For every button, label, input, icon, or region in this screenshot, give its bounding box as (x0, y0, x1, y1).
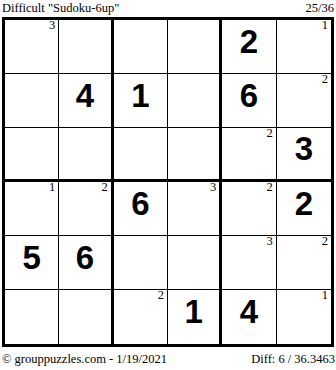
cell-r5c5[interactable]: 3 (222, 236, 276, 290)
corner-mark: 3 (49, 18, 55, 33)
corner-mark: 2 (266, 180, 272, 195)
corner-mark: 1 (322, 288, 328, 303)
given-digit (168, 69, 219, 122)
cell-r3c1[interactable] (5, 128, 59, 182)
cell-r2c6[interactable]: 2 (277, 74, 331, 128)
cell-r3c2[interactable] (59, 128, 113, 182)
corner-mark: 1 (322, 18, 328, 33)
cell-r6c6[interactable]: 1 (277, 290, 331, 344)
given-digit (114, 231, 167, 284)
cell-r5c6[interactable]: 2 (277, 236, 331, 290)
cell-r3c3[interactable] (114, 128, 168, 182)
given-digit: 6 (114, 177, 167, 230)
cell-r4c3[interactable]: 6 (114, 182, 168, 236)
cell-r1c4[interactable] (168, 20, 222, 74)
cell-r2c1[interactable] (5, 74, 59, 128)
corner-mark: 2 (322, 234, 328, 249)
cell-r2c5[interactable]: 6 (222, 74, 276, 128)
given-digit: 6 (59, 231, 110, 284)
cell-r1c2[interactable] (59, 20, 113, 74)
given-digit: 2 (277, 177, 331, 230)
given-digit: 5 (5, 231, 58, 284)
given-digit: 2 (222, 15, 275, 68)
given-digit (5, 123, 58, 174)
cell-r1c5[interactable]: 2 (222, 20, 276, 74)
cell-r2c3[interactable]: 1 (114, 74, 168, 128)
given-digit: 4 (222, 285, 275, 339)
given-digit (114, 123, 167, 174)
corner-mark: 2 (322, 72, 328, 87)
cell-r5c4[interactable] (168, 236, 222, 290)
cell-r1c6[interactable]: 1 (277, 20, 331, 74)
cell-r5c3[interactable] (114, 236, 168, 290)
cell-r4c2[interactable]: 2 (59, 182, 113, 236)
corner-mark: 3 (266, 234, 272, 249)
given-digit (168, 123, 219, 174)
board: 32141622312632256322141 (2, 17, 334, 347)
cell-r4c4[interactable]: 3 (168, 182, 222, 236)
cell-r6c2[interactable] (59, 290, 113, 344)
cell-r5c1[interactable]: 5 (5, 236, 59, 290)
corner-mark: 2 (101, 180, 107, 195)
cell-r6c1[interactable] (5, 290, 59, 344)
puzzle-number: 25/36 (306, 0, 334, 16)
cell-r3c4[interactable] (168, 128, 222, 182)
cell-r1c1[interactable]: 3 (5, 20, 59, 74)
given-digit (5, 285, 58, 339)
given-digit (5, 69, 58, 122)
given-digit: 1 (168, 285, 219, 339)
cell-r3c5[interactable]: 2 (222, 128, 276, 182)
given-digit: 6 (222, 69, 275, 122)
given-digit: 3 (277, 123, 331, 174)
cell-r4c6[interactable]: 2 (277, 182, 331, 236)
cell-r6c4[interactable]: 1 (168, 290, 222, 344)
corner-mark: 2 (266, 126, 272, 141)
sudoku-page: Difficult "Sudoku-6up" 25/36 32141622312… (0, 0, 336, 370)
corner-mark: 2 (158, 288, 164, 303)
cell-r6c3[interactable]: 2 (114, 290, 168, 344)
cell-r1c3[interactable] (114, 20, 168, 74)
corner-mark: 3 (210, 180, 216, 195)
given-digit (168, 231, 219, 284)
given-digit (114, 15, 167, 68)
cell-r6c5[interactable]: 4 (222, 290, 276, 344)
given-digit (168, 15, 219, 68)
corner-mark: 1 (49, 180, 55, 195)
given-digit (59, 123, 110, 174)
copyright-text: © grouppuzzles.com - 1/19/2021 (2, 352, 167, 367)
cell-r2c2[interactable]: 4 (59, 74, 113, 128)
given-digit: 1 (114, 69, 167, 122)
cell-r4c5[interactable]: 2 (222, 182, 276, 236)
given-digit (59, 15, 110, 68)
cell-r2c4[interactable] (168, 74, 222, 128)
cell-r4c1[interactable]: 1 (5, 182, 59, 236)
footer: © grouppuzzles.com - 1/19/2021 Diff: 6 /… (2, 352, 335, 367)
given-digit: 4 (59, 69, 110, 122)
difficulty-text: Diff: 6 / 36.3463 (251, 352, 335, 367)
cell-r5c2[interactable]: 6 (59, 236, 113, 290)
header: Difficult "Sudoku-6up" 25/36 (2, 0, 334, 16)
page-title: Difficult "Sudoku-6up" (2, 0, 119, 16)
given-digit (59, 285, 110, 339)
cell-r3c6[interactable]: 3 (277, 128, 331, 182)
